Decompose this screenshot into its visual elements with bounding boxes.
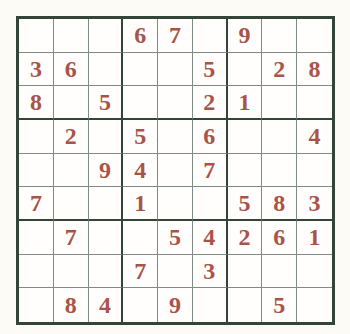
cell-r3c8[interactable] bbox=[262, 86, 297, 120]
cell-r2c8[interactable]: 2 bbox=[262, 53, 297, 87]
cell-r1c4[interactable]: 6 bbox=[123, 19, 158, 53]
given-digit: 6 bbox=[65, 57, 77, 81]
cell-r4c9[interactable]: 4 bbox=[297, 120, 332, 154]
given-digit: 5 bbox=[169, 225, 181, 249]
cell-r4c2[interactable]: 2 bbox=[54, 120, 89, 154]
cell-r3c5[interactable] bbox=[158, 86, 193, 120]
cell-r2c2[interactable]: 6 bbox=[54, 53, 89, 87]
cell-r9c4[interactable] bbox=[123, 288, 158, 322]
cell-r7c4[interactable] bbox=[123, 221, 158, 255]
cell-r3c2[interactable] bbox=[54, 86, 89, 120]
cell-r5c7[interactable] bbox=[228, 154, 263, 188]
cell-r5c3[interactable]: 9 bbox=[89, 154, 124, 188]
cell-r3c1[interactable]: 8 bbox=[19, 86, 54, 120]
cell-r2c9[interactable]: 8 bbox=[297, 53, 332, 87]
cell-r4c8[interactable] bbox=[262, 120, 297, 154]
cell-r6c1[interactable]: 7 bbox=[19, 187, 54, 221]
cell-r2c6[interactable]: 5 bbox=[193, 53, 228, 87]
cell-r8c1[interactable] bbox=[19, 255, 54, 289]
cell-r1c2[interactable] bbox=[54, 19, 89, 53]
given-digit: 8 bbox=[273, 191, 285, 215]
cell-r1c8[interactable] bbox=[262, 19, 297, 53]
cell-r7c7[interactable]: 2 bbox=[228, 221, 263, 255]
cell-r3c3[interactable]: 5 bbox=[89, 86, 124, 120]
given-digit: 1 bbox=[239, 90, 251, 114]
given-digit: 4 bbox=[99, 293, 111, 317]
given-digit: 1 bbox=[134, 191, 146, 215]
given-digit: 6 bbox=[134, 23, 146, 47]
cell-r6c6[interactable] bbox=[193, 187, 228, 221]
cell-r6c7[interactable]: 5 bbox=[228, 187, 263, 221]
cell-r2c3[interactable] bbox=[89, 53, 124, 87]
cell-r9c2[interactable]: 8 bbox=[54, 288, 89, 322]
cell-r8c5[interactable] bbox=[158, 255, 193, 289]
cell-r1c9[interactable] bbox=[297, 19, 332, 53]
given-digit: 9 bbox=[99, 158, 111, 182]
given-digit: 8 bbox=[30, 90, 42, 114]
cell-r6c4[interactable]: 1 bbox=[123, 187, 158, 221]
cell-r8c2[interactable] bbox=[54, 255, 89, 289]
cell-r2c7[interactable] bbox=[228, 53, 263, 87]
cell-r5c9[interactable] bbox=[297, 154, 332, 188]
cell-r9c5[interactable]: 9 bbox=[158, 288, 193, 322]
cell-r4c5[interactable] bbox=[158, 120, 193, 154]
given-digit: 3 bbox=[30, 57, 42, 81]
given-digit: 4 bbox=[309, 124, 321, 148]
given-digit: 9 bbox=[169, 293, 181, 317]
cell-r7c9[interactable]: 1 bbox=[297, 221, 332, 255]
given-digit: 7 bbox=[134, 259, 146, 283]
given-digit: 3 bbox=[309, 191, 321, 215]
given-digit: 4 bbox=[134, 158, 146, 182]
cell-r3c6[interactable]: 2 bbox=[193, 86, 228, 120]
cell-r8c9[interactable] bbox=[297, 255, 332, 289]
cell-r9c7[interactable] bbox=[228, 288, 263, 322]
cell-r9c9[interactable] bbox=[297, 288, 332, 322]
cell-r6c9[interactable]: 3 bbox=[297, 187, 332, 221]
cell-r4c6[interactable]: 6 bbox=[193, 120, 228, 154]
given-digit: 9 bbox=[239, 23, 251, 47]
cell-r5c1[interactable] bbox=[19, 154, 54, 188]
cell-r8c8[interactable] bbox=[262, 255, 297, 289]
cell-r8c3[interactable] bbox=[89, 255, 124, 289]
cell-r2c5[interactable] bbox=[158, 53, 193, 87]
cell-r8c6[interactable]: 3 bbox=[193, 255, 228, 289]
given-digit: 2 bbox=[203, 90, 215, 114]
cell-r8c4[interactable]: 7 bbox=[123, 255, 158, 289]
cell-r5c4[interactable]: 4 bbox=[123, 154, 158, 188]
given-digit: 8 bbox=[309, 57, 321, 81]
given-digit: 5 bbox=[99, 90, 111, 114]
sudoku-board: 679365288521256494771583754261738495 bbox=[16, 16, 335, 325]
cell-r9c3[interactable]: 4 bbox=[89, 288, 124, 322]
cell-r5c8[interactable] bbox=[262, 154, 297, 188]
cell-r7c5[interactable]: 5 bbox=[158, 221, 193, 255]
cell-r9c6[interactable] bbox=[193, 288, 228, 322]
cell-r9c1[interactable] bbox=[19, 288, 54, 322]
given-digit: 5 bbox=[273, 293, 285, 317]
given-digit: 7 bbox=[30, 191, 42, 215]
cell-r8c7[interactable] bbox=[228, 255, 263, 289]
given-digit: 5 bbox=[239, 191, 251, 215]
cell-r6c2[interactable] bbox=[54, 187, 89, 221]
cell-r4c7[interactable] bbox=[228, 120, 263, 154]
cell-r7c1[interactable] bbox=[19, 221, 54, 255]
cell-r7c8[interactable]: 6 bbox=[262, 221, 297, 255]
cell-r4c4[interactable]: 5 bbox=[123, 120, 158, 154]
given-digit: 7 bbox=[65, 225, 77, 249]
given-digit: 1 bbox=[309, 225, 321, 249]
cell-r2c4[interactable] bbox=[123, 53, 158, 87]
cell-r1c1[interactable] bbox=[19, 19, 54, 53]
cell-r7c3[interactable] bbox=[89, 221, 124, 255]
cell-r9c8[interactable]: 5 bbox=[262, 288, 297, 322]
given-digit: 2 bbox=[65, 124, 77, 148]
cell-r5c5[interactable] bbox=[158, 154, 193, 188]
cell-r4c1[interactable] bbox=[19, 120, 54, 154]
cell-r7c2[interactable]: 7 bbox=[54, 221, 89, 255]
given-digit: 6 bbox=[273, 225, 285, 249]
cell-r1c7[interactable]: 9 bbox=[228, 19, 263, 53]
cell-r1c6[interactable] bbox=[193, 19, 228, 53]
given-digit: 5 bbox=[203, 57, 215, 81]
given-digit: 8 bbox=[65, 293, 77, 317]
cell-r5c2[interactable] bbox=[54, 154, 89, 188]
cell-r3c4[interactable] bbox=[123, 86, 158, 120]
cell-r6c3[interactable] bbox=[89, 187, 124, 221]
given-digit: 3 bbox=[203, 259, 215, 283]
given-digit: 6 bbox=[203, 124, 215, 148]
cell-r1c3[interactable] bbox=[89, 19, 124, 53]
given-digit: 5 bbox=[134, 124, 146, 148]
cell-r3c7[interactable]: 1 bbox=[228, 86, 263, 120]
given-digit: 2 bbox=[273, 57, 285, 81]
cell-r5c6[interactable]: 7 bbox=[193, 154, 228, 188]
cell-r7c6[interactable]: 4 bbox=[193, 221, 228, 255]
given-digit: 7 bbox=[169, 23, 181, 47]
cell-r3c9[interactable] bbox=[297, 86, 332, 120]
given-digit: 2 bbox=[239, 225, 251, 249]
cell-r6c8[interactable]: 8 bbox=[262, 187, 297, 221]
given-digit: 4 bbox=[203, 225, 215, 249]
cell-r2c1[interactable]: 3 bbox=[19, 53, 54, 87]
cell-r1c5[interactable]: 7 bbox=[158, 19, 193, 53]
cell-r4c3[interactable] bbox=[89, 120, 124, 154]
cell-r6c5[interactable] bbox=[158, 187, 193, 221]
given-digit: 7 bbox=[203, 158, 215, 182]
